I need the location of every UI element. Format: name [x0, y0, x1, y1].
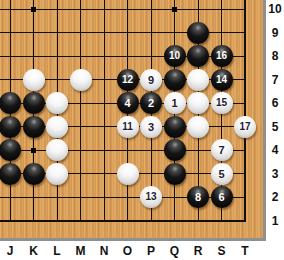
- stone-white-r5[interactable]: [187, 116, 209, 138]
- col-label-n: N: [94, 244, 114, 259]
- col-label-p: P: [141, 244, 161, 259]
- stone-black-q4[interactable]: [164, 139, 186, 161]
- stone-white-q6[interactable]: 1: [164, 92, 186, 114]
- stone-black-s2[interactable]: 6: [211, 186, 233, 208]
- star-point-q10: [172, 7, 177, 12]
- stone-white-l6[interactable]: [46, 92, 68, 114]
- stone-white-p2[interactable]: 13: [140, 186, 162, 208]
- grid-hline-10: [0, 9, 246, 10]
- col-label-s: S: [212, 244, 232, 259]
- stone-white-s6[interactable]: 15: [211, 92, 233, 114]
- stone-black-j4[interactable]: [0, 139, 21, 161]
- grid-vline-T: [244, 0, 246, 222]
- stone-black-r2[interactable]: 8: [187, 186, 209, 208]
- stone-black-r8[interactable]: [187, 45, 209, 67]
- grid-hline-8: [0, 56, 246, 57]
- stone-black-q8[interactable]: 10: [164, 45, 186, 67]
- go-board[interactable]: 2468101214161357911131517: [0, 0, 263, 238]
- stone-black-j6[interactable]: [0, 92, 21, 114]
- row-label-4: 4: [266, 143, 284, 157]
- row-label-8: 8: [266, 49, 284, 63]
- grid-hline-2: [0, 197, 246, 198]
- col-label-o: O: [118, 244, 138, 259]
- row-label-5: 5: [266, 120, 284, 134]
- stone-white-s4[interactable]: 7: [211, 139, 233, 161]
- stone-black-q3[interactable]: [164, 163, 186, 185]
- row-labels-strip: 10987654321: [266, 0, 284, 260]
- stone-white-p5[interactable]: 3: [140, 116, 162, 138]
- grid-vline-M: [80, 0, 81, 222]
- stone-white-p7[interactable]: 9: [140, 69, 162, 91]
- stone-white-m7[interactable]: [70, 69, 92, 91]
- star-point-k4: [31, 148, 36, 153]
- stone-black-k3[interactable]: [23, 163, 45, 185]
- stone-white-r6[interactable]: [187, 92, 209, 114]
- row-label-1: 1: [266, 214, 284, 228]
- stone-black-q5[interactable]: [164, 116, 186, 138]
- grid-vline-N: [104, 0, 105, 222]
- stone-black-s7[interactable]: 14: [211, 69, 233, 91]
- stone-black-p6[interactable]: 2: [140, 92, 162, 114]
- col-label-r: R: [188, 244, 208, 259]
- stone-white-o3[interactable]: [117, 163, 139, 185]
- row-label-6: 6: [266, 96, 284, 110]
- grid-hline-1: [0, 220, 246, 222]
- row-label-9: 9: [266, 26, 284, 40]
- stone-white-k7[interactable]: [23, 69, 45, 91]
- row-label-2: 2: [266, 190, 284, 204]
- col-label-k: K: [24, 244, 44, 259]
- col-label-q: Q: [165, 244, 185, 259]
- row-label-10: 10: [266, 2, 284, 16]
- stone-white-l3[interactable]: [46, 163, 68, 185]
- stone-white-r7[interactable]: [187, 69, 209, 91]
- go-diagram: 2468101214161357911131517 10987654321 JK…: [0, 0, 284, 260]
- star-point-k10: [31, 7, 36, 12]
- col-label-l: L: [47, 244, 67, 259]
- stone-white-l4[interactable]: [46, 139, 68, 161]
- stone-black-j5[interactable]: [0, 116, 21, 138]
- grid-hline-4: [0, 150, 246, 151]
- stone-black-q7[interactable]: [164, 69, 186, 91]
- stone-black-o6[interactable]: 4: [117, 92, 139, 114]
- stone-white-s3[interactable]: 5: [211, 163, 233, 185]
- row-label-7: 7: [266, 73, 284, 87]
- stone-black-k6[interactable]: [23, 92, 45, 114]
- column-labels-strip: JKLMNOPQRST: [0, 241, 284, 260]
- stone-black-j3[interactable]: [0, 163, 21, 185]
- col-label-m: M: [71, 244, 91, 259]
- grid-hline-9: [0, 32, 246, 33]
- stone-white-o5[interactable]: 11: [117, 116, 139, 138]
- stone-black-o7[interactable]: 12: [117, 69, 139, 91]
- stone-black-s8[interactable]: 16: [211, 45, 233, 67]
- stone-white-t5[interactable]: 17: [234, 116, 256, 138]
- col-label-j: J: [0, 244, 20, 259]
- row-label-3: 3: [266, 167, 284, 181]
- stone-white-l5[interactable]: [46, 116, 68, 138]
- col-label-t: T: [235, 244, 255, 259]
- stone-black-k5[interactable]: [23, 116, 45, 138]
- stone-black-r9[interactable]: [187, 22, 209, 44]
